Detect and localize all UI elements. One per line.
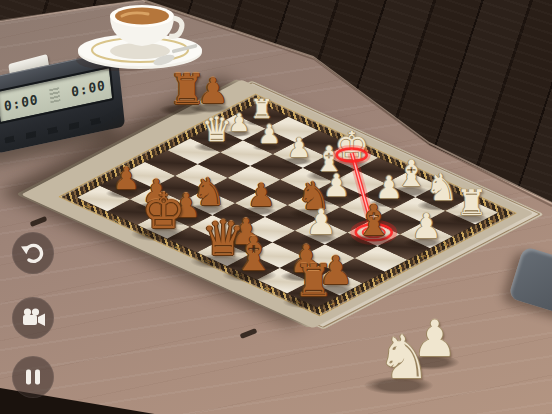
undo-button[interactable] [12, 232, 54, 274]
piece-cream-pawn-f7[interactable]: ♟ [287, 135, 311, 162]
camera-button[interactable] [12, 297, 54, 339]
clock-divider [49, 87, 60, 103]
captured-brown-rook[interactable]: ♜ [168, 69, 206, 111]
piece-brown-pawn-e4[interactable]: ♟ [247, 180, 275, 212]
piece-cream-pawn-c4[interactable]: ♟ [306, 205, 337, 239]
piece-brown-pawn-h2[interactable]: ♟ [113, 164, 140, 195]
piece-cream-pawn-g7[interactable]: ♟ [258, 123, 281, 149]
piece-cream-pawn-a6[interactable]: ♟ [411, 209, 442, 243]
undo-arrow-icon [20, 240, 46, 266]
piece-brown-king-f1[interactable]: ♚ [141, 187, 185, 236]
piece-brown-bishop-c1[interactable]: ♝ [232, 229, 274, 276]
piece-brown-bishop-b5[interactable]: ♝ [355, 200, 393, 242]
chess-app-scene: 0:00 0:00 ABCDEFGH12345678 ♜♞♝♚♜♟♝♟♟♟♟♟♛… [0, 0, 552, 414]
captured-cream-knight[interactable]: ♞ [377, 327, 431, 387]
video-camera-icon [19, 305, 47, 331]
piece-cream-queen-h6[interactable]: ♛ [201, 114, 231, 148]
piece-cream-rook-a8[interactable]: ♜ [456, 185, 488, 220]
pause-icon [21, 365, 45, 389]
piece-cream-knight-b8[interactable]: ♞ [425, 170, 458, 207]
clock-left-time: 0:00 [3, 91, 39, 113]
pause-button[interactable] [12, 356, 54, 398]
piece-brown-rook-a1[interactable]: ♜ [293, 259, 333, 304]
